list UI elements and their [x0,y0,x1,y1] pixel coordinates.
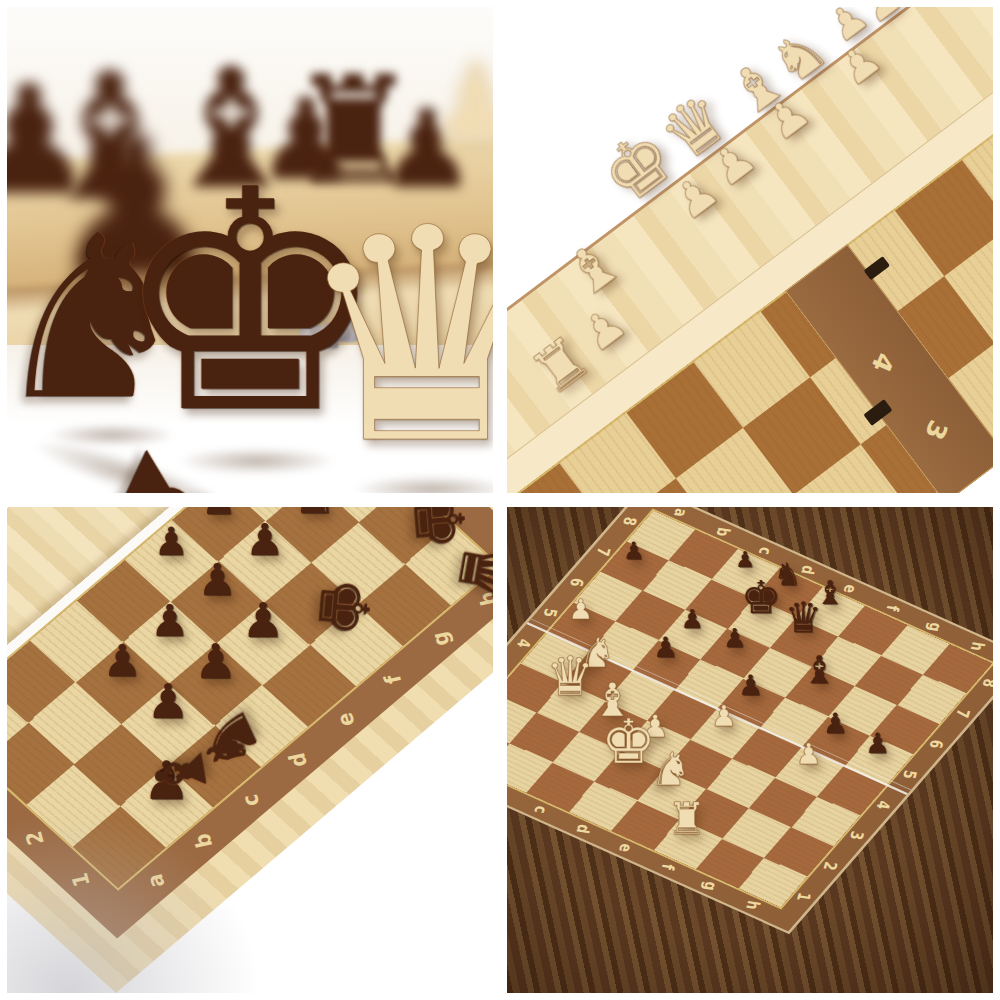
rank-label-right-6: 6 [925,738,947,749]
photo-folded-board-lineup: ♜♟♝♚♟♛♟♝♟♞♟♟♟43 [507,7,993,493]
light-knight-piece: ♞ [650,746,691,792]
rank-label-left-7: 7 [592,546,614,557]
file-label-top-g: g [924,621,946,633]
product-photo-collage: ♟♝♟♝♟♜♟♟♞♝♚♛ ♜♟♝♚♟♛♟♝♟♞♟♟♟43 4321abcdefg… [0,0,1000,1000]
file-label-bottom-e: e [615,842,637,853]
rank-label-right-7: 7 [952,708,974,719]
table-shadow [7,797,277,993]
file-label-top-f: f [882,604,903,612]
file-label-bottom-d: d [572,823,594,835]
dark-pawn-piece: ♟ [201,507,236,520]
dark-pawn-piece: ♟ [680,606,703,632]
folded-board: ♜♟♝♚♟♛♟♝♟♞♟♟♟43 [507,7,993,493]
dark-pawn-piece: ♟ [194,637,237,685]
file-label-bottom-f: f [658,863,679,871]
light-pawn-piece: ♟ [568,596,593,624]
rank-label-left-4: 4 [513,638,535,649]
photo-closeup-pieces: ♟♝♟♝♟♜♟♟♞♝♚♛ [7,7,493,493]
rank-label-right-1: 1 [793,891,815,902]
dark-pawn-piece: ♟ [102,639,141,683]
dark-pawn-piece: ♟ [245,518,284,562]
dark-pawn-piece: ♟ [865,730,890,758]
light-pawn-piece: ♟ [711,702,737,731]
rank-label-right-2: 2 [819,861,841,872]
dark-pawn-piece: ♟ [735,549,755,571]
file-label-bottom-c: c [530,805,552,815]
file-label-bottom-g: g [700,880,722,892]
dark-queen-piece: ♛ [446,534,493,609]
dark-king-piece: ♚ [308,574,380,640]
dark-pawn-piece: ♟ [738,672,763,700]
dark-bishop-piece: ♝ [143,737,219,808]
dark-pawn-piece: ♟ [723,625,746,651]
light-queen-piece: ♛ [546,650,594,704]
dark-pawn-piece: ♟ [823,710,848,738]
file-label-bottom-b: b [507,785,510,797]
photo-dark-pieces-on-board: 4321abcdefgh ♟♟♟♟♟♟♟♟♟♟♟♞♚♛♚♞♝ [7,507,493,993]
rank-label-left-8: 8 [619,516,641,527]
rank-label-right-8: 8 [978,677,993,688]
dark-knight-piece: ♞ [287,507,338,522]
rank-label-right-4: 4 [872,799,894,810]
file-label-top-c: c [755,546,777,556]
dark-pawn-piece: ♟ [147,677,190,725]
light-queen-piece: ♛ [295,190,493,485]
file-label-bottom-h: h [742,899,764,911]
dark-pawn-piece: ♟ [241,596,284,644]
dark-pawn-piece: ♟ [150,599,189,643]
rank-label-left-5: 5 [539,607,561,618]
light-rook-piece: ♜ [667,797,706,841]
dark-pawn-piece: ♟ [197,558,236,602]
dark-bishop-piece: ♝ [802,651,836,689]
rank-label-left-6: 6 [566,577,588,588]
light-pawn-piece: ♟ [427,49,493,159]
dark-pawn-piece: ♟ [653,634,678,662]
file-label-top-a: a [670,507,692,518]
rank-label-right-3: 3 [846,830,868,841]
dark-queen-piece: ♛ [785,597,823,639]
light-pawn-piece: ♟ [796,740,822,769]
file-label-top-h: h [967,641,989,653]
dark-king-piece: ♚ [741,575,781,620]
dark-pawn-piece: ♟ [154,522,189,561]
photo-midgame-board: 8765432187654321abcdefghabcdefgh ♟♞♝♟♚♛♟… [507,507,993,993]
file-label-top-b: b [712,526,734,538]
rank-label-right-5: 5 [899,769,921,780]
light-king-piece: ♚ [601,711,657,773]
dark-pawn-piece: ♟ [623,539,645,563]
